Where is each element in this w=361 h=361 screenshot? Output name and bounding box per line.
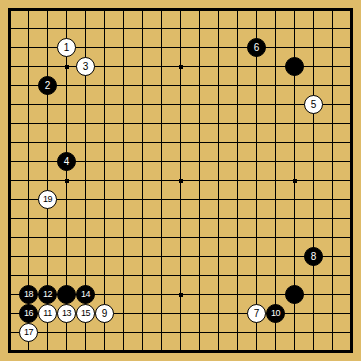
stone-black-2: 2 <box>38 76 57 95</box>
stone-black-10: 10 <box>266 304 285 323</box>
stone-black-setup-D4 <box>57 285 76 304</box>
star-point <box>179 293 183 297</box>
stone-white-3: 3 <box>76 57 95 76</box>
star-point <box>65 179 69 183</box>
stone-white-5: 5 <box>304 95 323 114</box>
star-point <box>293 179 297 183</box>
stone-black-16: 16 <box>19 304 38 323</box>
stone-black-setup-Q16 <box>285 57 304 76</box>
stone-black-12: 12 <box>38 285 57 304</box>
board-intersection-grid: 12345678910111213141516171819 <box>0 0 361 361</box>
stone-white-15: 15 <box>76 304 95 323</box>
stone-white-7: 7 <box>247 304 266 323</box>
stone-black-setup-Q4 <box>285 285 304 304</box>
stone-black-8: 8 <box>304 247 323 266</box>
stone-black-6: 6 <box>247 38 266 57</box>
stone-white-9: 9 <box>95 304 114 323</box>
star-point <box>179 65 183 69</box>
stone-black-18: 18 <box>19 285 38 304</box>
star-point <box>179 179 183 183</box>
stone-white-11: 11 <box>38 304 57 323</box>
stone-white-1: 1 <box>57 38 76 57</box>
stone-black-14: 14 <box>76 285 95 304</box>
star-point <box>65 65 69 69</box>
go-board: 12345678910111213141516171819 <box>0 0 361 361</box>
stone-black-4: 4 <box>57 152 76 171</box>
stone-white-19: 19 <box>38 190 57 209</box>
stone-white-13: 13 <box>57 304 76 323</box>
stone-white-17: 17 <box>19 323 38 342</box>
